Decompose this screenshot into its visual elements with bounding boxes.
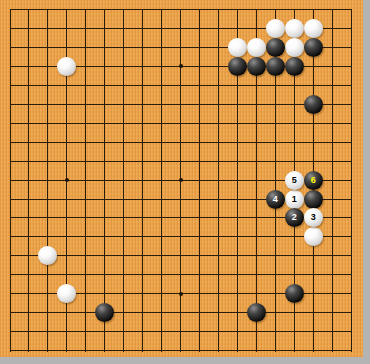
move-number: 4: [273, 195, 278, 204]
black-stone-R10[interactable]: 6: [304, 171, 323, 190]
move-number: 1: [292, 195, 297, 204]
grid-line-horizontal: [10, 331, 352, 332]
white-stone-Q9[interactable]: 1: [285, 190, 304, 209]
white-stone-Q17[interactable]: [285, 38, 304, 57]
white-stone-R8[interactable]: 3: [304, 208, 323, 227]
grid-line-horizontal: [10, 85, 352, 86]
go-app-window: 123456: [0, 0, 370, 364]
grid-line-vertical: [28, 10, 29, 352]
star-point-K4: [179, 292, 183, 296]
black-stone-R14[interactable]: [304, 95, 323, 114]
grid-line-horizontal: [10, 123, 352, 124]
white-stone-D16[interactable]: [57, 57, 76, 76]
black-stone-R17[interactable]: [304, 38, 323, 57]
white-stone-P18[interactable]: [266, 19, 285, 38]
grid-line-horizontal: [10, 9, 352, 10]
grid-line-vertical: [104, 10, 105, 352]
white-stone-Q10[interactable]: 5: [285, 171, 304, 190]
white-stone-R18[interactable]: [304, 19, 323, 38]
move-number: 5: [292, 176, 297, 185]
grid-line-horizontal: [10, 312, 352, 313]
black-stone-N16[interactable]: [228, 57, 247, 76]
black-stone-Q8[interactable]: 2: [285, 208, 304, 227]
go-board[interactable]: 123456: [0, 0, 363, 357]
black-stone-P17[interactable]: [266, 38, 285, 57]
move-number: 2: [292, 213, 297, 222]
white-stone-C6[interactable]: [38, 246, 57, 265]
black-stone-O3[interactable]: [247, 303, 266, 322]
grid-line-vertical: [123, 10, 124, 352]
black-stone-R9[interactable]: [304, 190, 323, 209]
window-background-right-strip: [363, 0, 370, 364]
grid-line-vertical: [351, 10, 352, 352]
grid-line-horizontal: [10, 236, 352, 237]
white-stone-D4[interactable]: [57, 284, 76, 303]
white-stone-O17[interactable]: [247, 38, 266, 57]
grid-line-vertical: [332, 10, 333, 352]
grid-line-vertical: [142, 10, 143, 352]
star-point-D10: [65, 178, 69, 182]
black-stone-F3[interactable]: [95, 303, 114, 322]
grid-line-vertical: [218, 10, 219, 352]
window-background-bottom-strip: [0, 357, 370, 364]
grid-line-vertical: [10, 10, 11, 352]
black-stone-Q16[interactable]: [285, 57, 304, 76]
grid-line-horizontal: [10, 161, 352, 162]
black-stone-Q4[interactable]: [285, 284, 304, 303]
grid-line-horizontal: [10, 255, 352, 256]
white-stone-Q18[interactable]: [285, 19, 304, 38]
star-point-K16: [179, 64, 183, 68]
grid-line-vertical: [161, 10, 162, 352]
white-stone-N17[interactable]: [228, 38, 247, 57]
grid-line-vertical: [199, 10, 200, 352]
move-number: 6: [311, 176, 316, 185]
black-stone-O16[interactable]: [247, 57, 266, 76]
grid-line-horizontal: [10, 350, 352, 351]
star-point-K10: [179, 178, 183, 182]
grid-line-vertical: [47, 10, 48, 352]
grid-line-vertical: [85, 10, 86, 352]
white-stone-R7[interactable]: [304, 227, 323, 246]
grid-line-horizontal: [10, 104, 352, 105]
black-stone-P9[interactable]: 4: [266, 190, 285, 209]
grid-line-horizontal: [10, 274, 352, 275]
black-stone-P16[interactable]: [266, 57, 285, 76]
grid-line-horizontal: [10, 142, 352, 143]
move-number: 3: [311, 213, 316, 222]
